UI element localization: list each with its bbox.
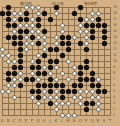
white-stone: [30, 95, 35, 100]
black-stone: [12, 35, 17, 40]
black-stone: [60, 53, 65, 58]
black-stone: [90, 71, 95, 76]
star-point: [91, 60, 93, 62]
black-stone: [18, 35, 23, 40]
white-stone: [72, 95, 77, 100]
white-stone: [24, 23, 29, 28]
white-stone: [96, 77, 101, 82]
white-stone: [42, 89, 47, 94]
black-stone: [24, 11, 29, 16]
black-stone: [24, 17, 29, 22]
black-stone: [60, 89, 65, 94]
white-stone: [12, 11, 17, 16]
white-stone: [12, 83, 17, 88]
white-stone: [0, 53, 5, 58]
white-stone: [72, 71, 77, 76]
black-stone: [36, 83, 41, 88]
black-stone: [60, 35, 65, 40]
black-stone: [42, 11, 47, 16]
black-stone: [66, 41, 71, 46]
white-stone: [12, 29, 17, 34]
white-stone: [78, 29, 83, 34]
black-stone: [54, 47, 59, 52]
row-label: 14: [113, 35, 120, 39]
black-stone: [78, 17, 83, 22]
black-stone: [84, 77, 89, 82]
white-stone: [18, 77, 23, 82]
white-stone: [66, 101, 71, 106]
black-stone: [78, 71, 83, 76]
white-stone: [78, 23, 83, 28]
black-stone: [54, 5, 59, 10]
black-stone: [12, 41, 17, 46]
black-stone: [18, 59, 23, 64]
column-label: T: [107, 118, 113, 124]
black-stone: [42, 53, 47, 58]
white-stone: [96, 107, 101, 112]
black-stone: [102, 23, 107, 28]
row-label: 6: [113, 83, 120, 87]
black-stone: [6, 5, 11, 10]
star-point: [55, 24, 57, 26]
white-stone: [24, 35, 29, 40]
black-stone: [18, 29, 23, 34]
row-label: 4: [113, 95, 120, 99]
black-stone: [78, 65, 83, 70]
white-stone: [78, 101, 83, 106]
white-stone: [54, 89, 59, 94]
row-label: 2: [113, 107, 120, 111]
black-stone: [60, 41, 65, 46]
white-stone: [24, 41, 29, 46]
white-stone: [30, 5, 35, 10]
white-stone: [30, 17, 35, 22]
black-stone: [12, 65, 17, 70]
white-stone: [0, 47, 5, 52]
white-stone: [48, 71, 53, 76]
black-stone: [102, 89, 107, 94]
black-stone: [48, 17, 53, 22]
black-stone: [60, 95, 65, 100]
white-stone: [36, 35, 41, 40]
row-label: 12: [113, 47, 120, 51]
black-stone: [78, 41, 83, 46]
row-label: 3: [113, 101, 120, 105]
black-stone: [84, 59, 89, 64]
white-stone: [54, 77, 59, 82]
black-stone: [84, 107, 89, 112]
black-stone: [78, 5, 83, 10]
black-stone: [18, 83, 23, 88]
black-stone: [102, 41, 107, 46]
black-stone: [6, 71, 11, 76]
white-stone: [30, 71, 35, 76]
black-stone: [30, 65, 35, 70]
white-stone: [84, 41, 89, 46]
black-stone: [18, 65, 23, 70]
black-stone: [54, 59, 59, 64]
black-stone: [84, 101, 89, 106]
black-stone: [96, 89, 101, 94]
white-stone: [6, 83, 11, 88]
black-stone: [78, 77, 83, 82]
white-stone: [54, 65, 59, 70]
black-stone: [90, 23, 95, 28]
black-stone: [102, 35, 107, 40]
black-stone: [96, 17, 101, 22]
black-stone: [78, 83, 83, 88]
white-stone: [96, 101, 101, 106]
white-stone: [84, 17, 89, 22]
black-stone: [84, 23, 89, 28]
black-stone: [48, 101, 53, 106]
white-stone: [66, 77, 71, 82]
white-stone: [36, 101, 41, 106]
black-stone: [24, 29, 29, 34]
row-label: 1: [113, 113, 120, 117]
black-stone: [6, 35, 11, 40]
black-stone: [48, 65, 53, 70]
black-stone: [66, 89, 71, 94]
black-stone: [6, 77, 11, 82]
white-stone: [54, 41, 59, 46]
white-stone: [66, 59, 71, 64]
black-stone: [48, 89, 53, 94]
black-stone: [42, 83, 47, 88]
black-stone: [6, 17, 11, 22]
white-stone: [54, 11, 59, 16]
white-stone: [42, 41, 47, 46]
row-label: 7: [113, 77, 120, 81]
black-stone: [90, 83, 95, 88]
white-stone: [66, 113, 71, 118]
black-stone: [36, 59, 41, 64]
black-stone: [18, 17, 23, 22]
white-stone: [84, 89, 89, 94]
white-stone: [42, 95, 47, 100]
white-stone: [12, 17, 17, 22]
black-stone: [48, 59, 53, 64]
black-stone: [84, 65, 89, 70]
white-stone: [78, 89, 83, 94]
black-stone: [54, 83, 59, 88]
white-stone: [30, 29, 35, 34]
white-stone: [84, 35, 89, 40]
black-stone: [72, 83, 77, 88]
row-label: 5: [113, 89, 120, 93]
black-stone: [12, 23, 17, 28]
black-stone: [66, 35, 71, 40]
black-stone: [42, 29, 47, 34]
white-stone: [6, 89, 11, 94]
white-stone: [42, 35, 47, 40]
white-stone: [36, 5, 41, 10]
white-stone: [90, 17, 95, 22]
black-stone: [90, 29, 95, 34]
row-label: 19: [113, 5, 120, 9]
row-label: 17: [113, 17, 120, 21]
black-stone: [90, 77, 95, 82]
white-stone: [12, 77, 17, 82]
white-stone: [36, 11, 41, 16]
black-stone: [12, 71, 17, 76]
white-stone: [30, 23, 35, 28]
black-stone: [90, 101, 95, 106]
go-board[interactable]: ABCDEFGHJKLMNOPQRST 19181716151413121110…: [0, 0, 120, 126]
white-stone: [42, 47, 47, 52]
black-stone: [36, 41, 41, 46]
black-stone: [72, 89, 77, 94]
go-app-window: 黒:七段 白:八段 第134手 ABCDEFGHJKLMNOPQRST 1918…: [0, 0, 120, 126]
white-stone: [96, 11, 101, 16]
black-stone: [30, 89, 35, 94]
black-stone: [102, 29, 107, 34]
white-stone: [30, 41, 35, 46]
black-stone: [36, 17, 41, 22]
black-stone: [96, 83, 101, 88]
white-stone: [24, 5, 29, 10]
white-stone: [60, 23, 65, 28]
black-stone: [72, 11, 77, 16]
white-stone: [72, 65, 77, 70]
white-stone: [90, 89, 95, 94]
black-stone: [18, 53, 23, 58]
white-stone: [12, 59, 17, 64]
black-stone: [60, 83, 65, 88]
black-stone: [48, 83, 53, 88]
black-stone: [30, 77, 35, 82]
black-stone: [84, 47, 89, 52]
white-stone: [18, 11, 23, 16]
white-stone: [30, 59, 35, 64]
black-stone: [36, 95, 41, 100]
row-label: 9: [113, 65, 120, 69]
black-stone: [66, 47, 71, 52]
white-stone: [18, 71, 23, 76]
white-stone: [48, 95, 53, 100]
black-stone: [18, 41, 23, 46]
black-stone: [0, 11, 5, 16]
white-stone: [78, 95, 83, 100]
row-label: 11: [113, 53, 120, 57]
row-label: 13: [113, 41, 120, 45]
white-stone: [90, 95, 95, 100]
row-label: 18: [113, 11, 120, 15]
black-stone: [90, 35, 95, 40]
white-stone: [84, 29, 89, 34]
row-label: 16: [113, 23, 120, 27]
white-stone: [36, 53, 41, 58]
row-label: 10: [113, 59, 120, 63]
row-label: 8: [113, 71, 120, 75]
black-stone: [42, 71, 47, 76]
white-stone: [96, 95, 101, 100]
white-stone: [24, 47, 29, 52]
white-stone: [54, 101, 59, 106]
white-stone: [60, 71, 65, 76]
white-stone: [36, 77, 41, 82]
row-label: 15: [113, 29, 120, 33]
white-stone: [60, 113, 65, 118]
white-stone: [18, 23, 23, 28]
black-stone: [30, 35, 35, 40]
white-stone: [72, 35, 77, 40]
white-stone: [42, 65, 47, 70]
black-stone: [36, 65, 41, 70]
white-stone: [0, 89, 5, 94]
black-stone: [36, 23, 41, 28]
star-point: [19, 96, 21, 98]
black-stone: [24, 77, 29, 82]
white-stone: [60, 29, 65, 34]
white-stone: [72, 113, 77, 118]
white-stone: [90, 11, 95, 16]
white-stone: [54, 107, 59, 112]
white-stone: [54, 35, 59, 40]
black-stone: [6, 11, 11, 16]
white-stone: [54, 95, 59, 100]
white-stone: [12, 95, 17, 100]
black-stone: [96, 23, 101, 28]
white-stone: [6, 59, 11, 64]
black-stone: [36, 71, 41, 76]
black-stone: [6, 23, 11, 28]
white-stone: [36, 29, 41, 34]
black-stone: [18, 47, 23, 52]
white-stone: [60, 101, 65, 106]
black-stone: [48, 47, 53, 52]
black-stone: [48, 77, 53, 82]
white-stone: [6, 53, 11, 58]
black-stone: [36, 89, 41, 94]
